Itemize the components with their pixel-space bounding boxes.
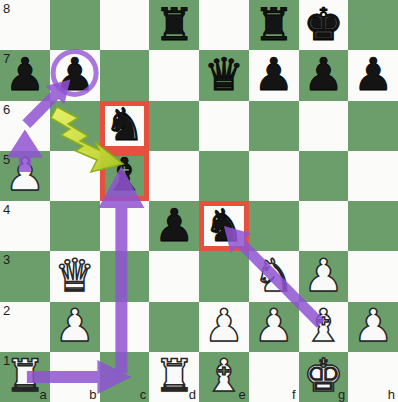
square-h4[interactable] bbox=[348, 201, 398, 251]
square-h8[interactable] bbox=[348, 0, 398, 50]
square-h3[interactable] bbox=[348, 251, 398, 301]
square-d4[interactable]: ♟ bbox=[149, 201, 199, 251]
black-pawn-d4[interactable]: ♟ bbox=[149, 200, 199, 250]
chess-board: 8♜♜♚7♟♟♛♟♟♟6♞5♟♝4♟♞3♛♞♟2♟♟♟♝♟1a♜bcd♜e♝fg… bbox=[0, 0, 398, 402]
square-g4[interactable] bbox=[299, 201, 349, 251]
white-queen-b3[interactable]: ♛ bbox=[50, 250, 100, 300]
square-g1[interactable]: g♚ bbox=[299, 352, 349, 402]
square-a3[interactable]: 3 bbox=[0, 251, 50, 301]
square-b3[interactable]: ♛ bbox=[50, 251, 100, 301]
white-pawn-g3[interactable]: ♟ bbox=[299, 250, 349, 300]
square-c7[interactable] bbox=[100, 50, 150, 100]
square-f3[interactable]: ♞ bbox=[249, 251, 299, 301]
square-d7[interactable] bbox=[149, 50, 199, 100]
square-b2[interactable]: ♟ bbox=[50, 302, 100, 352]
square-b8[interactable] bbox=[50, 0, 100, 50]
square-b5[interactable] bbox=[50, 151, 100, 201]
square-e6[interactable] bbox=[199, 101, 249, 151]
square-h2[interactable]: ♟ bbox=[348, 302, 398, 352]
square-a1[interactable]: 1a♜ bbox=[0, 352, 50, 402]
square-c2[interactable] bbox=[100, 302, 150, 352]
rank-label-4: 4 bbox=[3, 202, 10, 217]
black-king-g8[interactable]: ♚ bbox=[299, 0, 349, 49]
square-b6[interactable] bbox=[50, 101, 100, 151]
square-h5[interactable] bbox=[348, 151, 398, 201]
black-pawn-b7[interactable]: ♟ bbox=[50, 49, 100, 99]
black-queen-e7[interactable]: ♛ bbox=[199, 49, 249, 99]
square-a2[interactable]: 2 bbox=[0, 302, 50, 352]
file-label-g: g bbox=[338, 387, 345, 402]
square-e4[interactable]: ♞ bbox=[199, 201, 249, 251]
square-c5[interactable]: ♝ bbox=[100, 151, 150, 201]
square-h7[interactable]: ♟ bbox=[348, 50, 398, 100]
square-c8[interactable] bbox=[100, 0, 150, 50]
square-b1[interactable]: b bbox=[50, 352, 100, 402]
rank-label-8: 8 bbox=[3, 1, 10, 16]
square-d1[interactable]: d♜ bbox=[149, 352, 199, 402]
square-a6[interactable]: 6 bbox=[0, 101, 50, 151]
rank-label-6: 6 bbox=[3, 102, 10, 117]
square-d8[interactable]: ♜ bbox=[149, 0, 199, 50]
square-a7[interactable]: 7♟ bbox=[0, 50, 50, 100]
square-d2[interactable] bbox=[149, 302, 199, 352]
square-e2[interactable]: ♟ bbox=[199, 302, 249, 352]
square-a5[interactable]: 5♟ bbox=[0, 151, 50, 201]
white-pawn-b2[interactable]: ♟ bbox=[50, 301, 100, 351]
white-pawn-f2[interactable]: ♟ bbox=[249, 301, 299, 351]
square-a4[interactable]: 4 bbox=[0, 201, 50, 251]
square-f7[interactable]: ♟ bbox=[249, 50, 299, 100]
square-c4[interactable] bbox=[100, 201, 150, 251]
square-f2[interactable]: ♟ bbox=[249, 302, 299, 352]
square-g7[interactable]: ♟ bbox=[299, 50, 349, 100]
square-f1[interactable]: f bbox=[249, 352, 299, 402]
file-label-d: d bbox=[189, 387, 196, 402]
square-f4[interactable] bbox=[249, 201, 299, 251]
black-pawn-h7[interactable]: ♟ bbox=[348, 49, 398, 99]
rank-label-7: 7 bbox=[3, 51, 10, 66]
square-d3[interactable] bbox=[149, 251, 199, 301]
rank-label-2: 2 bbox=[3, 303, 10, 318]
file-label-a: a bbox=[40, 387, 47, 402]
white-bishop-g2[interactable]: ♝ bbox=[299, 301, 349, 351]
black-rook-f8[interactable]: ♜ bbox=[249, 0, 299, 49]
white-knight-f3[interactable]: ♞ bbox=[249, 250, 299, 300]
black-pawn-f7[interactable]: ♟ bbox=[249, 49, 299, 99]
file-label-f: f bbox=[292, 387, 296, 402]
black-rook-d8[interactable]: ♜ bbox=[149, 0, 199, 49]
file-label-e: e bbox=[239, 387, 246, 402]
square-e1[interactable]: e♝ bbox=[199, 352, 249, 402]
square-d6[interactable] bbox=[149, 101, 199, 151]
rank-label-5: 5 bbox=[3, 152, 10, 167]
square-f6[interactable] bbox=[249, 101, 299, 151]
square-c6[interactable]: ♞ bbox=[100, 101, 150, 151]
square-f5[interactable] bbox=[249, 151, 299, 201]
square-g6[interactable] bbox=[299, 101, 349, 151]
square-e3[interactable] bbox=[199, 251, 249, 301]
square-c3[interactable] bbox=[100, 251, 150, 301]
file-label-b: b bbox=[89, 387, 96, 402]
square-e7[interactable]: ♛ bbox=[199, 50, 249, 100]
rank-label-1: 1 bbox=[3, 353, 10, 368]
square-g2[interactable]: ♝ bbox=[299, 302, 349, 352]
square-e5[interactable] bbox=[199, 151, 249, 201]
square-h1[interactable]: h bbox=[348, 352, 398, 402]
black-knight-c6[interactable]: ♞ bbox=[100, 100, 150, 150]
square-f8[interactable]: ♜ bbox=[249, 0, 299, 50]
black-knight-e4[interactable]: ♞ bbox=[199, 200, 249, 250]
square-h6[interactable] bbox=[348, 101, 398, 151]
square-e8[interactable] bbox=[199, 0, 249, 50]
black-bishop-c5[interactable]: ♝ bbox=[100, 150, 150, 200]
square-c1[interactable]: c bbox=[100, 352, 150, 402]
square-a8[interactable]: 8 bbox=[0, 0, 50, 50]
file-label-c: c bbox=[140, 387, 147, 402]
white-pawn-e2[interactable]: ♟ bbox=[199, 301, 249, 351]
black-pawn-g7[interactable]: ♟ bbox=[299, 49, 349, 99]
rank-label-3: 3 bbox=[3, 252, 10, 267]
square-g8[interactable]: ♚ bbox=[299, 0, 349, 50]
file-label-h: h bbox=[388, 387, 395, 402]
square-b7[interactable]: ♟ bbox=[50, 50, 100, 100]
white-pawn-h2[interactable]: ♟ bbox=[348, 301, 398, 351]
square-b4[interactable] bbox=[50, 201, 100, 251]
chess-analysis-stage: 8♜♜♚7♟♟♛♟♟♟6♞5♟♝4♟♞3♛♞♟2♟♟♟♝♟1a♜bcd♜e♝fg… bbox=[0, 0, 398, 402]
square-g3[interactable]: ♟ bbox=[299, 251, 349, 301]
square-g5[interactable] bbox=[299, 151, 349, 201]
square-d5[interactable] bbox=[149, 151, 199, 201]
